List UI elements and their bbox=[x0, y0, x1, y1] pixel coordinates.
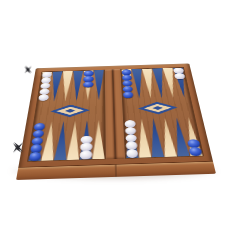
checker-stack-point-24 bbox=[173, 68, 185, 79]
diamond-motif-left bbox=[50, 104, 90, 118]
front-rail bbox=[16, 161, 216, 180]
blue-checker bbox=[123, 92, 134, 99]
checker-stack-point-17 bbox=[83, 71, 94, 88]
point-18-triangle bbox=[93, 70, 104, 100]
white-checker bbox=[80, 151, 92, 160]
white-checker bbox=[126, 149, 139, 158]
right-bottom-points bbox=[124, 117, 203, 158]
checker-stack-point-1 bbox=[187, 140, 202, 156]
diamond-motif-right bbox=[137, 101, 178, 115]
blue-checker bbox=[28, 152, 41, 161]
white-checker bbox=[38, 94, 49, 101]
blue-checker bbox=[83, 81, 93, 87]
right-top-points bbox=[121, 68, 190, 100]
photo-background bbox=[0, 0, 228, 228]
playing-field bbox=[27, 67, 204, 162]
point-8 bbox=[79, 120, 93, 159]
backgammon-board bbox=[16, 63, 216, 180]
white-checker bbox=[174, 73, 185, 79]
point-7-triangle bbox=[92, 120, 105, 159]
left-half bbox=[27, 70, 106, 162]
left-bottom-points bbox=[28, 120, 105, 161]
latch-top-icon bbox=[25, 66, 32, 74]
scene-3d bbox=[16, 63, 216, 180]
checker-stack-point-8 bbox=[80, 136, 93, 159]
left-top-points bbox=[37, 70, 104, 102]
front-seam bbox=[115, 165, 117, 177]
right-half bbox=[120, 67, 204, 159]
point-7 bbox=[92, 120, 105, 159]
point-17 bbox=[82, 70, 94, 100]
scene-rotation bbox=[0, 0, 228, 228]
point-18 bbox=[93, 70, 104, 100]
blue-checker bbox=[189, 147, 203, 156]
